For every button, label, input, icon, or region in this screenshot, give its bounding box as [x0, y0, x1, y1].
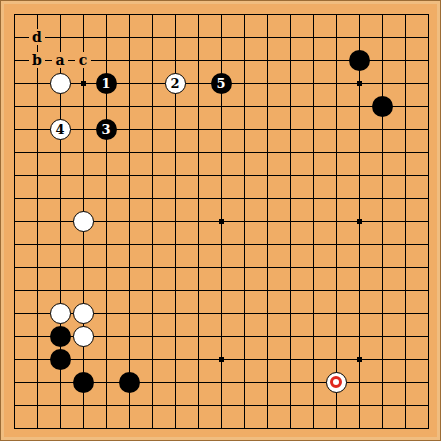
- white-stone: [73, 303, 94, 324]
- point-label: c: [72, 49, 95, 72]
- stone-black: [118, 371, 141, 394]
- hoshi-point: [210, 210, 233, 233]
- black-stone: [73, 372, 94, 393]
- hoshi-dot: [357, 81, 362, 86]
- stone-white: [72, 210, 95, 233]
- white-stone: [73, 211, 94, 232]
- hoshi-dot: [357, 357, 362, 362]
- move-number: 5: [216, 77, 225, 90]
- move-number: 1: [101, 77, 110, 90]
- stone-black: 5: [210, 72, 233, 95]
- move-number: 2: [170, 77, 179, 90]
- go-board: dbac12543: [0, 0, 441, 441]
- black-stone: [372, 96, 393, 117]
- hoshi-dot: [81, 81, 86, 86]
- hoshi-point: [348, 210, 371, 233]
- black-stone: 5: [211, 73, 232, 94]
- point-label: a: [49, 49, 72, 72]
- stone-black: [371, 95, 394, 118]
- hoshi-dot: [357, 219, 362, 224]
- black-stone: [349, 50, 370, 71]
- white-stone: 4: [50, 119, 71, 140]
- stone-black: 1: [95, 72, 118, 95]
- point-label: d: [26, 26, 49, 49]
- black-stone: [50, 349, 71, 370]
- hoshi-dot: [219, 219, 224, 224]
- white-stone: [50, 73, 71, 94]
- point-label-text: d: [29, 29, 45, 45]
- intersection-layer: dbac12543: [3, 3, 440, 440]
- hoshi-point: [348, 72, 371, 95]
- move-number: 3: [101, 123, 110, 136]
- black-stone: 3: [96, 119, 117, 140]
- black-stone: [119, 372, 140, 393]
- point-label: b: [26, 49, 49, 72]
- stone-white: [49, 72, 72, 95]
- stone-white: [49, 302, 72, 325]
- white-stone: [50, 303, 71, 324]
- stone-white: 2: [164, 72, 187, 95]
- black-stone: 1: [96, 73, 117, 94]
- stone-white: 4: [49, 118, 72, 141]
- stone-white: [325, 371, 348, 394]
- point-label-text: c: [75, 52, 91, 68]
- hoshi-point: [210, 348, 233, 371]
- hoshi-point: [72, 72, 95, 95]
- move-number: 4: [55, 123, 64, 136]
- hoshi-point: [348, 348, 371, 371]
- stone-black: [49, 325, 72, 348]
- black-stone: [50, 326, 71, 347]
- stone-black: [348, 49, 371, 72]
- point-label-text: b: [29, 52, 45, 68]
- white-stone: [326, 372, 347, 393]
- stone-black: [49, 348, 72, 371]
- stone-black: 3: [95, 118, 118, 141]
- hoshi-dot: [219, 357, 224, 362]
- circle-mark-icon: [330, 376, 342, 388]
- stone-black: [72, 371, 95, 394]
- stone-white: [72, 325, 95, 348]
- point-label-text: a: [52, 52, 68, 68]
- white-stone: 2: [165, 73, 186, 94]
- white-stone: [73, 326, 94, 347]
- stone-white: [72, 302, 95, 325]
